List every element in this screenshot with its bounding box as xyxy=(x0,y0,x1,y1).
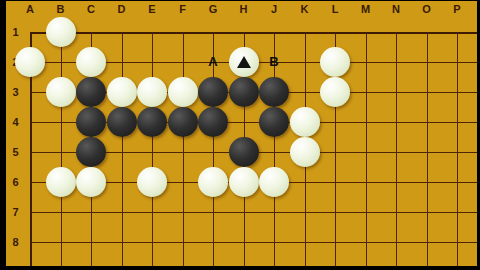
grid-cell xyxy=(396,62,427,92)
row-label-5: 5 xyxy=(8,146,23,158)
stone-black-G3[interactable] xyxy=(198,77,228,107)
column-label-G: G xyxy=(204,3,222,15)
grid-cell xyxy=(427,182,458,212)
stone-white-J6[interactable] xyxy=(259,167,289,197)
grid-cell xyxy=(366,212,397,242)
stone-white-K5[interactable] xyxy=(290,137,320,167)
grid-cell xyxy=(366,92,397,122)
stone-black-F4[interactable] xyxy=(168,107,198,137)
grid-cell xyxy=(305,242,336,266)
grid-cell xyxy=(366,32,397,62)
grid-cell xyxy=(274,242,305,266)
grid-cell xyxy=(61,242,92,266)
stone-black-H5[interactable] xyxy=(229,137,259,167)
row-label-6: 6 xyxy=(8,176,23,188)
column-label-D: D xyxy=(113,3,131,15)
column-label-B: B xyxy=(52,3,70,15)
grid-cell xyxy=(457,182,477,212)
column-label-C: C xyxy=(82,3,100,15)
grid-cell xyxy=(30,242,61,266)
grid-cell xyxy=(305,182,336,212)
stone-black-C5[interactable] xyxy=(76,137,106,167)
column-label-E: E xyxy=(143,3,161,15)
grid-cell xyxy=(427,122,458,152)
grid-cell xyxy=(427,92,458,122)
stone-black-C4[interactable] xyxy=(76,107,106,137)
grid-cell xyxy=(61,212,92,242)
row-label-7: 7 xyxy=(8,206,23,218)
grid-cell xyxy=(183,212,214,242)
stone-white-G6[interactable] xyxy=(198,167,228,197)
grid-cell xyxy=(335,122,366,152)
stone-white-A2[interactable] xyxy=(15,47,45,77)
grid-cell xyxy=(122,32,153,62)
grid-cell xyxy=(366,152,397,182)
column-label-O: O xyxy=(418,3,436,15)
grid-cell xyxy=(457,152,477,182)
go-board: ABCDEFGHJKLMNOP 12345678 AB xyxy=(6,1,477,266)
grid-cell xyxy=(396,122,427,152)
grid-cell xyxy=(213,212,244,242)
column-label-J: J xyxy=(265,3,283,15)
move-option-A[interactable]: A xyxy=(204,54,222,70)
grid-cell xyxy=(396,212,427,242)
grid-cell xyxy=(457,62,477,92)
move-option-B[interactable]: B xyxy=(265,54,283,70)
stone-black-C3[interactable] xyxy=(76,77,106,107)
stone-white-E6[interactable] xyxy=(137,167,167,197)
column-label-H: H xyxy=(235,3,253,15)
stone-white-L3[interactable] xyxy=(320,77,350,107)
column-label-L: L xyxy=(326,3,344,15)
stone-white-F3[interactable] xyxy=(168,77,198,107)
grid-cell xyxy=(122,212,153,242)
grid-cell xyxy=(396,152,427,182)
grid-cell xyxy=(366,122,397,152)
grid-cell xyxy=(274,212,305,242)
row-label-8: 8 xyxy=(8,236,23,248)
grid-cell xyxy=(427,62,458,92)
stone-white-H6[interactable] xyxy=(229,167,259,197)
stone-black-G4[interactable] xyxy=(198,107,228,137)
grid-cell xyxy=(335,212,366,242)
stone-white-E3[interactable] xyxy=(137,77,167,107)
stone-black-J3[interactable] xyxy=(259,77,289,107)
grid-cell xyxy=(122,242,153,266)
column-label-K: K xyxy=(296,3,314,15)
grid-cell xyxy=(213,242,244,266)
grid-cell xyxy=(91,212,122,242)
letterbox-bottom xyxy=(0,266,480,270)
grid-cell xyxy=(427,242,458,266)
grid-cell xyxy=(183,242,214,266)
grid-cell xyxy=(91,242,122,266)
stone-white-B3[interactable] xyxy=(46,77,76,107)
stone-black-J4[interactable] xyxy=(259,107,289,137)
grid-cell xyxy=(30,122,61,152)
grid-cell xyxy=(335,152,366,182)
grid-cell xyxy=(335,242,366,266)
column-label-M: M xyxy=(357,3,375,15)
column-label-A: A xyxy=(21,3,39,15)
grid-cell xyxy=(366,62,397,92)
grid-cell xyxy=(396,182,427,212)
row-label-3: 3 xyxy=(8,86,23,98)
grid-cell xyxy=(396,242,427,266)
grid-cell xyxy=(427,212,458,242)
grid-cell xyxy=(152,242,183,266)
stone-white-C2[interactable] xyxy=(76,47,106,77)
stone-white-B6[interactable] xyxy=(46,167,76,197)
stone-white-C6[interactable] xyxy=(76,167,106,197)
grid-cell xyxy=(152,32,183,62)
stone-black-E4[interactable] xyxy=(137,107,167,137)
column-label-P: P xyxy=(448,3,466,15)
stone-black-H3[interactable] xyxy=(229,77,259,107)
grid-cell xyxy=(457,92,477,122)
column-label-N: N xyxy=(387,3,405,15)
triangle-mark-H2 xyxy=(237,56,251,68)
grid-cell xyxy=(244,242,275,266)
column-label-F: F xyxy=(174,3,192,15)
grid-cell xyxy=(335,182,366,212)
grid-cell xyxy=(396,92,427,122)
stone-white-B1[interactable] xyxy=(46,17,76,47)
grid-cell xyxy=(427,152,458,182)
grid-cell xyxy=(396,32,427,62)
grid-cell xyxy=(305,212,336,242)
grid-cell xyxy=(457,212,477,242)
grid-cell xyxy=(457,242,477,266)
stone-white-L2[interactable] xyxy=(320,47,350,77)
grid-cell xyxy=(366,182,397,212)
grid-cell xyxy=(457,32,477,62)
grid-cell xyxy=(366,242,397,266)
grid-cell xyxy=(457,122,477,152)
grid-cell xyxy=(427,32,458,62)
grid-cell xyxy=(152,212,183,242)
grid-cell xyxy=(244,212,275,242)
stone-white-K4[interactable] xyxy=(290,107,320,137)
stone-white-D3[interactable] xyxy=(107,77,137,107)
grid-cell xyxy=(30,212,61,242)
stone-black-D4[interactable] xyxy=(107,107,137,137)
row-label-4: 4 xyxy=(8,116,23,128)
row-label-1: 1 xyxy=(8,26,23,38)
